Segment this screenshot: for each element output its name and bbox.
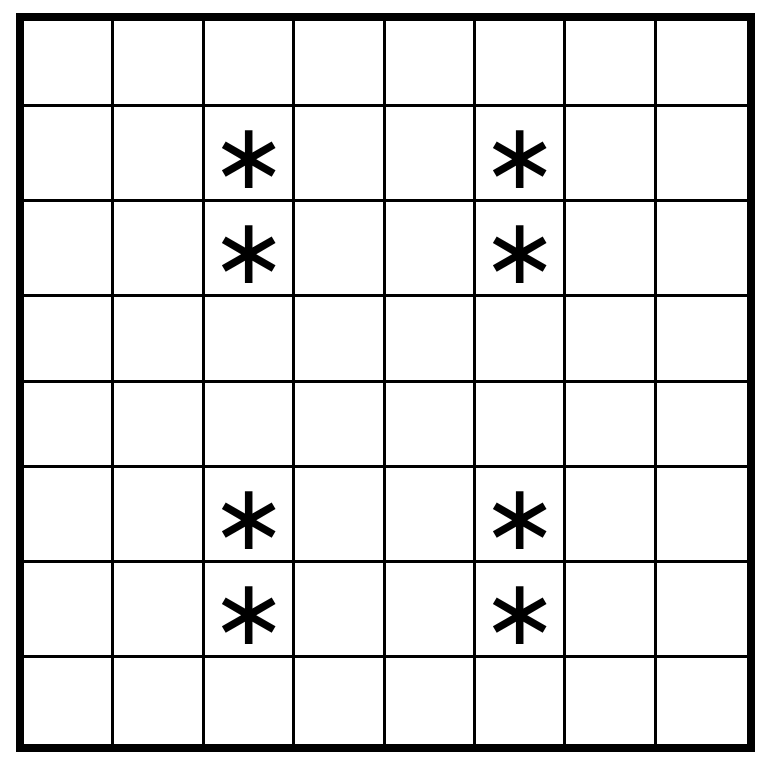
- cell-r2c7[interactable]: [566, 107, 656, 202]
- cell-r1c6[interactable]: [476, 21, 566, 107]
- cell-r2c1[interactable]: [24, 107, 114, 202]
- asterisk-mark: ∗: [481, 567, 558, 659]
- cell-r2c8[interactable]: [657, 107, 747, 202]
- cell-r2c2[interactable]: [114, 107, 204, 202]
- cell-r1c7[interactable]: [566, 21, 656, 107]
- cell-r1c4[interactable]: [295, 21, 385, 107]
- cell-r6c4[interactable]: [295, 468, 385, 563]
- cell-r1c1[interactable]: [24, 21, 114, 107]
- cell-r4c1[interactable]: [24, 297, 114, 383]
- cell-r6c1[interactable]: [24, 468, 114, 563]
- cell-r7c1[interactable]: [24, 563, 114, 658]
- cell-r1c2[interactable]: [114, 21, 204, 107]
- cell-r3c8[interactable]: [657, 202, 747, 297]
- cell-r1c5[interactable]: [386, 21, 476, 107]
- cell-r4c3[interactable]: [205, 297, 295, 383]
- puzzle-board: ∗∗∗∗∗∗∗∗: [16, 13, 755, 752]
- cell-r3c1[interactable]: [24, 202, 114, 297]
- asterisk-mark: ∗: [210, 205, 287, 297]
- cell-r6c6[interactable]: ∗: [476, 468, 566, 563]
- cell-r3c6[interactable]: ∗: [476, 202, 566, 297]
- cell-r4c6[interactable]: [476, 297, 566, 383]
- cell-r6c7[interactable]: [566, 468, 656, 563]
- cell-r2c4[interactable]: [295, 107, 385, 202]
- cell-r4c7[interactable]: [566, 297, 656, 383]
- cell-r3c3[interactable]: ∗: [205, 202, 295, 297]
- cell-r8c7[interactable]: [566, 658, 656, 744]
- cell-r8c6[interactable]: [476, 658, 566, 744]
- cell-r7c2[interactable]: [114, 563, 204, 658]
- cell-r5c6[interactable]: [476, 383, 566, 469]
- cell-r7c6[interactable]: ∗: [476, 563, 566, 658]
- cell-r5c3[interactable]: [205, 383, 295, 469]
- cell-r3c7[interactable]: [566, 202, 656, 297]
- cell-r1c8[interactable]: [657, 21, 747, 107]
- cell-r5c4[interactable]: [295, 383, 385, 469]
- cell-r1c3[interactable]: [205, 21, 295, 107]
- cell-r7c4[interactable]: [295, 563, 385, 658]
- cell-r8c2[interactable]: [114, 658, 204, 744]
- cell-r5c7[interactable]: [566, 383, 656, 469]
- cell-r6c2[interactable]: [114, 468, 204, 563]
- cell-r6c5[interactable]: [386, 468, 476, 563]
- cell-r2c6[interactable]: ∗: [476, 107, 566, 202]
- cell-r2c3[interactable]: ∗: [205, 107, 295, 202]
- cell-r3c4[interactable]: [295, 202, 385, 297]
- cell-r5c2[interactable]: [114, 383, 204, 469]
- cell-r4c4[interactable]: [295, 297, 385, 383]
- cell-r7c8[interactable]: [657, 563, 747, 658]
- cell-r7c7[interactable]: [566, 563, 656, 658]
- cell-r4c5[interactable]: [386, 297, 476, 383]
- cell-r8c8[interactable]: [657, 658, 747, 744]
- cell-r8c5[interactable]: [386, 658, 476, 744]
- cell-r3c2[interactable]: [114, 202, 204, 297]
- asterisk-mark: ∗: [210, 472, 287, 564]
- asterisk-mark: ∗: [481, 472, 558, 564]
- asterisk-mark: ∗: [481, 110, 558, 202]
- cell-r5c1[interactable]: [24, 383, 114, 469]
- cell-r5c5[interactable]: [386, 383, 476, 469]
- cell-r7c3[interactable]: ∗: [205, 563, 295, 658]
- asterisk-mark: ∗: [481, 205, 558, 297]
- cell-r6c3[interactable]: ∗: [205, 468, 295, 563]
- cell-r3c5[interactable]: [386, 202, 476, 297]
- cell-r8c3[interactable]: [205, 658, 295, 744]
- asterisk-mark: ∗: [210, 110, 287, 202]
- cell-r4c8[interactable]: [657, 297, 747, 383]
- cell-r2c5[interactable]: [386, 107, 476, 202]
- cell-r7c5[interactable]: [386, 563, 476, 658]
- cell-r8c4[interactable]: [295, 658, 385, 744]
- cell-r8c1[interactable]: [24, 658, 114, 744]
- cell-r6c8[interactable]: [657, 468, 747, 563]
- asterisk-mark: ∗: [210, 567, 287, 659]
- cell-r5c8[interactable]: [657, 383, 747, 469]
- cell-r4c2[interactable]: [114, 297, 204, 383]
